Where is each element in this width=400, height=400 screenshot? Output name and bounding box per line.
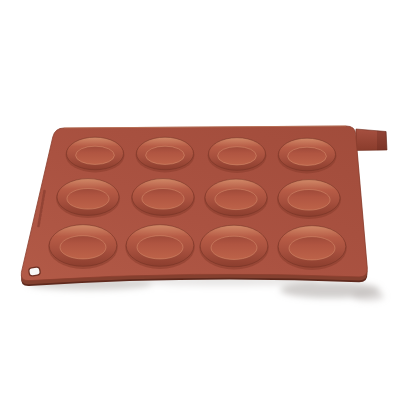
side-tab: [356, 129, 387, 151]
product-photo-stage: [0, 0, 400, 400]
cavity-9: [48, 225, 118, 269]
cavity-floor: [146, 146, 185, 164]
cavity-5: [56, 179, 120, 218]
cavity-floor: [67, 188, 109, 209]
cavity-floor: [76, 146, 115, 164]
cavity-1: [66, 137, 125, 172]
cavity-floor: [215, 189, 257, 210]
cavity-7: [204, 179, 268, 218]
cavity-12: [277, 226, 347, 270]
cavity-3: [208, 138, 267, 173]
cavity-floor: [289, 237, 335, 260]
cavity-floor: [288, 147, 327, 165]
cavity-11: [199, 225, 269, 269]
cavity-floor: [137, 236, 183, 259]
cavity-floor: [288, 189, 330, 210]
baking-mould-photo: [0, 0, 400, 400]
cavity-2: [136, 137, 195, 172]
cavity-10: [125, 225, 195, 269]
cavity-floor: [211, 236, 257, 259]
cavity-6: [131, 179, 195, 218]
hanging-hole: [28, 267, 40, 277]
cavity-floor: [60, 236, 106, 259]
cavity-floor: [142, 188, 184, 209]
cavity-4: [278, 138, 337, 173]
cavity-floor: [218, 147, 257, 165]
cavity-8: [277, 180, 341, 219]
